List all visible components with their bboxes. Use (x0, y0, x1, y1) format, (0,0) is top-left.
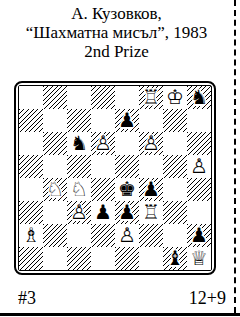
white-bishop-piece: ♝♗ (19, 224, 43, 247)
square-g8-white-king: ♚♔ (163, 86, 187, 109)
source-line: “Шахматна мисъл”, 1983 (0, 23, 233, 42)
square-c7 (67, 109, 91, 132)
chess-board: ♜♖♚♔♞♟♞♟♙♟♙♟♙♞♘♞♘♚♟♟♙♟♟♜♖♝♗♟♙♟♝♛♕ (14, 81, 216, 275)
square-f7 (139, 109, 163, 132)
square-c2 (67, 224, 91, 247)
white-pawn-piece: ♟♙ (115, 224, 139, 247)
square-c8 (67, 86, 91, 109)
square-h7 (187, 109, 211, 132)
square-g7 (163, 109, 187, 132)
square-g5 (163, 155, 187, 178)
chess-board-inner: ♜♖♚♔♞♟♞♟♙♟♙♟♙♞♘♞♘♚♟♟♙♟♟♜♖♝♗♟♙♟♝♛♕ (18, 85, 212, 271)
square-g1-black-bishop: ♝ (163, 247, 187, 270)
white-rook-piece: ♜♖ (139, 201, 163, 224)
square-d5 (91, 155, 115, 178)
square-h1-white-queen: ♛♕ (187, 247, 211, 270)
square-f1 (139, 247, 163, 270)
square-g6 (163, 132, 187, 155)
square-d2 (91, 224, 115, 247)
square-d6-white-pawn: ♟♙ (91, 132, 115, 155)
black-knight-piece: ♞ (67, 132, 91, 155)
square-b6 (43, 132, 67, 155)
square-a5 (19, 155, 43, 178)
square-b4-white-knight: ♞♘ (43, 178, 67, 201)
square-g2 (163, 224, 187, 247)
square-e6 (115, 132, 139, 155)
square-b8 (43, 86, 67, 109)
square-c4-white-knight: ♞♘ (67, 178, 91, 201)
square-a7 (19, 109, 43, 132)
black-pawn-piece: ♟ (115, 109, 139, 132)
square-e5 (115, 155, 139, 178)
square-b3 (43, 201, 67, 224)
square-d1 (91, 247, 115, 270)
square-b1 (43, 247, 67, 270)
square-g4 (163, 178, 187, 201)
square-a6 (19, 132, 43, 155)
square-c3-white-pawn: ♟♙ (67, 201, 91, 224)
square-d3-black-pawn: ♟ (91, 201, 115, 224)
square-d4 (91, 178, 115, 201)
problem-header: А. Кузовков, “Шахматна мисъл”, 1983 2nd … (0, 4, 233, 61)
square-e3-black-pawn: ♟ (115, 201, 139, 224)
white-pawn-piece: ♟♙ (91, 132, 115, 155)
square-d7 (91, 109, 115, 132)
black-pawn-piece: ♟ (91, 201, 115, 224)
square-c6-black-knight: ♞ (67, 132, 91, 155)
black-pawn-piece: ♟ (187, 224, 211, 247)
square-a1 (19, 247, 43, 270)
black-pawn-piece: ♟ (139, 178, 163, 201)
white-pawn-piece: ♟♙ (139, 132, 163, 155)
square-e8 (115, 86, 139, 109)
stipulation-label: #3 (18, 288, 36, 308)
problem-caption: #3 12+9 (18, 288, 226, 308)
square-e1 (115, 247, 139, 270)
square-e4-black-king: ♚ (115, 178, 139, 201)
white-queen-piece: ♛♕ (187, 247, 211, 270)
square-f5 (139, 155, 163, 178)
square-h2-black-pawn: ♟ (187, 224, 211, 247)
square-f2 (139, 224, 163, 247)
square-c1 (67, 247, 91, 270)
square-f3-white-rook: ♜♖ (139, 201, 163, 224)
square-g3 (163, 201, 187, 224)
square-h4 (187, 178, 211, 201)
black-pawn-piece: ♟ (115, 201, 139, 224)
black-knight-piece: ♞ (187, 86, 211, 109)
white-knight-piece: ♞♘ (43, 178, 67, 201)
white-rook-piece: ♜♖ (139, 86, 163, 109)
page-column-divider (234, 0, 236, 313)
square-h3 (187, 201, 211, 224)
award-line: 2nd Prize (0, 42, 233, 61)
bottom-rule (0, 313, 240, 316)
square-f6-white-pawn: ♟♙ (139, 132, 163, 155)
square-a8 (19, 86, 43, 109)
square-a4 (19, 178, 43, 201)
black-bishop-piece: ♝ (163, 247, 187, 270)
chess-problem-card: А. Кузовков, “Шахматна мисъл”, 1983 2nd … (0, 0, 240, 317)
white-pawn-piece: ♟♙ (187, 155, 211, 178)
white-pawn-piece: ♟♙ (67, 201, 91, 224)
square-a2-white-bishop: ♝♗ (19, 224, 43, 247)
square-b7 (43, 109, 67, 132)
author-line: А. Кузовков, (0, 4, 233, 23)
chess-board-grid: ♜♖♚♔♞♟♞♟♙♟♙♟♙♞♘♞♘♚♟♟♙♟♟♜♖♝♗♟♙♟♝♛♕ (19, 86, 211, 270)
square-e2-white-pawn: ♟♙ (115, 224, 139, 247)
white-king-piece: ♚♔ (163, 86, 187, 109)
square-f4-black-pawn: ♟ (139, 178, 163, 201)
square-e7-black-pawn: ♟ (115, 109, 139, 132)
square-a3 (19, 201, 43, 224)
square-b2 (43, 224, 67, 247)
black-king-piece: ♚ (115, 178, 139, 201)
white-knight-piece: ♞♘ (67, 178, 91, 201)
square-b5 (43, 155, 67, 178)
material-count-label: 12+9 (189, 288, 226, 308)
square-d8 (91, 86, 115, 109)
square-h5-white-pawn: ♟♙ (187, 155, 211, 178)
square-f8-white-rook: ♜♖ (139, 86, 163, 109)
square-h6 (187, 132, 211, 155)
square-h8-black-knight: ♞ (187, 86, 211, 109)
square-c5 (67, 155, 91, 178)
